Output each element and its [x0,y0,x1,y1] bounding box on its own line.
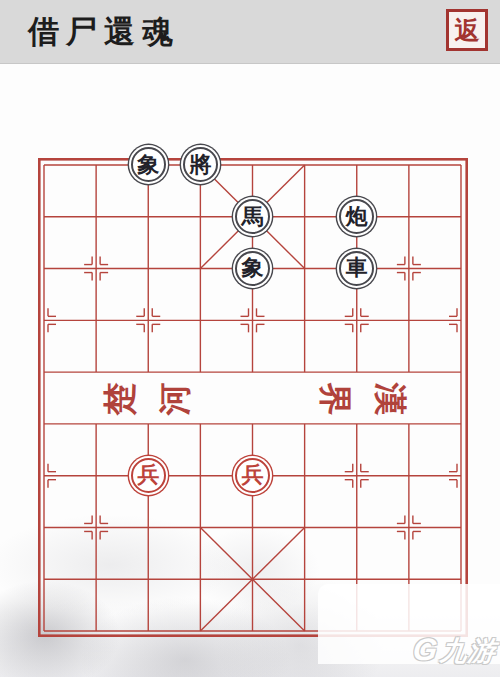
page-title: 借尸還魂 [28,11,180,53]
piece-glyph: 將 [189,154,211,176]
piece-glyph: 馬 [242,206,264,228]
piece-glyph: 炮 [346,206,368,228]
piece-black-象[interactable]: 象 [131,147,166,182]
piece-black-炮[interactable]: 炮 [339,199,374,234]
back-button[interactable]: 返 [446,9,488,51]
piece-black-馬[interactable]: 馬 [235,199,270,234]
river-char-chu: 楚 [98,377,142,421]
piece-black-象[interactable]: 象 [235,251,270,286]
piece-red-兵[interactable]: 兵 [235,458,270,493]
piece-red-兵[interactable]: 兵 [131,458,166,493]
watermark-logo: G九游 [411,632,498,669]
piece-glyph: 車 [346,257,368,279]
watermark-gmark-icon: G [411,632,440,667]
header-bar: 借尸還魂 返 [0,0,500,64]
piece-glyph: 象 [242,257,264,279]
river-char-he: 河 [153,377,197,421]
river-char-han: 漢 [368,377,412,421]
piece-glyph: 兵 [137,464,159,486]
piece-black-將[interactable]: 將 [183,147,218,182]
piece-glyph: 兵 [242,464,264,486]
piece-glyph: 象 [137,154,159,176]
piece-black-車[interactable]: 車 [339,251,374,286]
watermark-text: 九游 [438,636,497,666]
xiangqi-board[interactable]: 象將馬炮象車兵兵 楚 河 界 漢 [38,158,468,637]
river-char-jie: 界 [313,377,357,421]
piece-grid[interactable]: 象將馬炮象車兵兵 [18,139,487,657]
